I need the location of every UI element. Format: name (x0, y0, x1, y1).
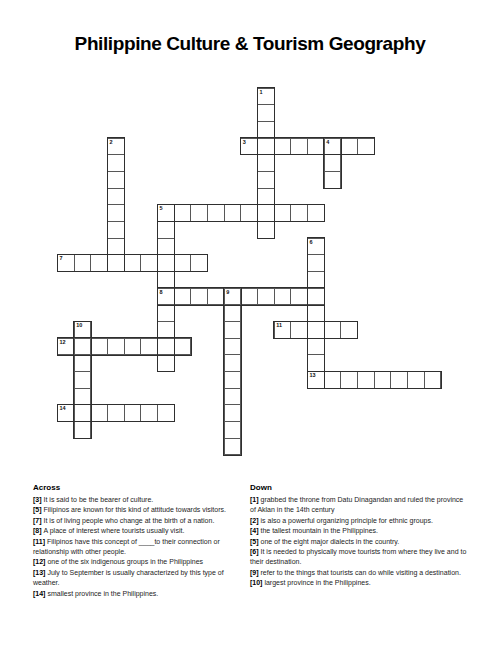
clue-text: largest province in the Philippines. (264, 579, 370, 586)
grid-number-7: 7 (60, 256, 63, 262)
cell-r17-c16[interactable] (324, 371, 342, 389)
cell-r7-c7[interactable] (174, 204, 192, 222)
cell-r7-c15[interactable] (307, 204, 325, 222)
cell-r16-c10[interactable] (224, 354, 242, 372)
cell-r12-c8[interactable] (190, 288, 208, 306)
cell-r1-c12[interactable] (257, 104, 275, 122)
cell-r17-c22[interactable] (424, 371, 442, 389)
cell-r20-c10[interactable] (224, 421, 242, 439)
clue-down-10: [10] largest province in the Philippines… (250, 578, 468, 588)
cell-r14-c10[interactable] (224, 321, 242, 339)
clue-across-13: [13] July to September is usually charac… (33, 568, 249, 589)
cell-r8-c6[interactable] (157, 221, 175, 239)
clue-text: the tallest mountain in the Philippines. (261, 527, 379, 534)
cell-r3-c17[interactable] (340, 138, 358, 156)
down-clues-section: Down [1] grabbed the throne from Datu Di… (250, 483, 468, 589)
clue-number-label: [14] (33, 590, 47, 597)
cell-r17-c17[interactable] (340, 371, 358, 389)
clue-text: It is needed to physically move tourists… (250, 548, 466, 565)
cell-r20-c1[interactable] (74, 421, 92, 439)
cell-r7-c8[interactable] (190, 204, 208, 222)
cell-r19-c2[interactable] (90, 404, 108, 422)
clue-text: A place of interest where tourists usual… (44, 527, 185, 534)
clue-text: It is said to be the bearer of culture. (44, 496, 154, 503)
grid-number-13: 13 (310, 373, 316, 379)
cell-r7-c11[interactable] (240, 204, 258, 222)
clue-number-label: [4] (250, 527, 261, 534)
cell-r15-c15[interactable] (307, 338, 325, 356)
clue-across-12: [12] one of the six indigenous groups in… (33, 557, 249, 567)
cell-r3-c13[interactable] (274, 138, 292, 156)
clue-across-3: [3] It is said to be the bearer of cultu… (33, 495, 249, 505)
cell-r10-c3[interactable] (107, 254, 125, 272)
cell-r11-c6[interactable] (157, 271, 175, 289)
cell-r16-c1[interactable] (74, 354, 92, 372)
clue-number-label: [8] (33, 527, 44, 534)
clue-text: refer to the things that tourists can do… (261, 569, 461, 576)
cell-r12-c12[interactable] (257, 288, 275, 306)
cell-r10-c7[interactable] (174, 254, 192, 272)
clue-across-7: [7] It is of living people who change at… (33, 516, 249, 526)
cell-r14-c14[interactable] (290, 321, 308, 339)
clue-number-label: [10] (250, 579, 264, 586)
cell-r12-c10[interactable]: 9 (224, 288, 242, 306)
cell-r21-c10[interactable] (224, 438, 242, 456)
cell-r3-c12[interactable] (257, 138, 275, 156)
clue-text: is also a powerful organizing principle … (261, 517, 433, 524)
grid-number-4: 4 (326, 140, 329, 146)
cell-r4-c12[interactable] (257, 154, 275, 172)
cell-r7-c10[interactable] (224, 204, 242, 222)
cell-r19-c3[interactable] (107, 404, 125, 422)
clue-number-label: [7] (33, 517, 44, 524)
cell-r15-c6[interactable] (157, 338, 175, 356)
cell-r19-c0[interactable]: 14 (57, 404, 75, 422)
cell-r19-c4[interactable] (124, 404, 142, 422)
cell-r17-c19[interactable] (374, 371, 392, 389)
cell-r9-c15[interactable]: 6 (307, 238, 325, 256)
cell-r6-c12[interactable] (257, 188, 275, 206)
clue-down-6: [6] It is needed to physically move tour… (250, 547, 468, 568)
grid-number-3: 3 (243, 140, 246, 146)
cell-r0-c12[interactable]: 1 (257, 88, 275, 106)
cell-r19-c5[interactable] (140, 404, 158, 422)
clue-number-label: [1] (250, 496, 261, 503)
cell-r15-c2[interactable] (90, 338, 108, 356)
cell-r16-c6[interactable] (157, 354, 175, 372)
cell-r10-c15[interactable] (307, 254, 325, 272)
cell-r14-c15[interactable] (307, 321, 325, 339)
grid-number-5: 5 (160, 206, 163, 212)
cell-r14-c13[interactable]: 11 (274, 321, 292, 339)
cell-r13-c6[interactable] (157, 304, 175, 322)
cell-r18-c1[interactable] (74, 388, 92, 406)
clue-number-label: [11] (33, 538, 47, 545)
cell-r7-c6[interactable]: 5 (157, 204, 175, 222)
cell-r2-c12[interactable] (257, 121, 275, 139)
grid-number-1: 1 (260, 90, 263, 96)
cell-r14-c6[interactable] (157, 321, 175, 339)
cell-r10-c8[interactable] (190, 254, 208, 272)
cell-r5-c12[interactable] (257, 171, 275, 189)
crossword-page: Philippine Culture & Tourism Geography 1… (0, 0, 500, 647)
clue-number-label: [6] (250, 548, 261, 555)
grid-number-12: 12 (60, 340, 66, 346)
cell-r13-c10[interactable] (224, 304, 242, 322)
cell-r12-c14[interactable] (290, 288, 308, 306)
cell-r12-c6[interactable]: 8 (157, 288, 175, 306)
clue-text: one of the eight major dialects in the c… (261, 538, 400, 545)
cell-r10-c1[interactable] (74, 254, 92, 272)
cell-r5-c3[interactable] (107, 171, 125, 189)
clue-text: Filipinos are known for this kind of att… (44, 506, 226, 513)
cell-r15-c3[interactable] (107, 338, 125, 356)
clue-text: smallest province in the Philippines. (47, 590, 158, 597)
across-clue-list: [3] It is said to be the bearer of cultu… (33, 495, 249, 599)
cell-r13-c15[interactable] (307, 304, 325, 322)
cell-r9-c6[interactable] (157, 238, 175, 256)
clue-down-5: [5] one of the eight major dialects in t… (250, 537, 468, 547)
cell-r19-c1[interactable] (74, 404, 92, 422)
across-header: Across (33, 483, 249, 492)
cell-r12-c9[interactable] (207, 288, 225, 306)
cell-r17-c20[interactable] (390, 371, 408, 389)
cell-r7-c3[interactable] (107, 204, 125, 222)
clue-text: It is of living people who change at the… (44, 517, 215, 524)
cell-r6-c3[interactable] (107, 188, 125, 206)
down-header: Down (250, 483, 468, 492)
cell-r7-c12[interactable] (257, 204, 275, 222)
clue-down-2: [2] is also a powerful organizing princi… (250, 516, 468, 526)
cell-r17-c18[interactable] (357, 371, 375, 389)
cell-r3-c3[interactable]: 2 (107, 138, 125, 156)
cell-r10-c0[interactable]: 7 (57, 254, 75, 272)
cell-r7-c9[interactable] (207, 204, 225, 222)
cell-r12-c15[interactable] (307, 288, 325, 306)
cell-r3-c18[interactable] (357, 138, 375, 156)
across-clues-section: Across [3] It is said to be the bearer o… (33, 483, 249, 599)
grid-number-9: 9 (226, 290, 229, 296)
cell-r11-c15[interactable] (307, 271, 325, 289)
cell-r12-c7[interactable] (174, 288, 192, 306)
cell-r18-c10[interactable] (224, 388, 242, 406)
clue-text: July to September is usually characteriz… (33, 569, 224, 586)
cell-r12-c11[interactable] (240, 288, 258, 306)
cell-r17-c10[interactable] (224, 371, 242, 389)
clue-text: one of the six indigenous groups in the … (47, 558, 203, 565)
cell-r16-c15[interactable] (307, 354, 325, 372)
cell-r4-c16[interactable] (324, 154, 342, 172)
cell-r9-c3[interactable] (107, 238, 125, 256)
grid-number-6: 6 (310, 240, 313, 246)
clue-number-label: [2] (250, 517, 261, 524)
grid-number-10: 10 (76, 323, 82, 329)
cell-r17-c1[interactable] (74, 371, 92, 389)
grid-number-2: 2 (110, 140, 113, 146)
cell-r3-c15[interactable] (307, 138, 325, 156)
clue-text: Filipinos have this concept of ____to th… (33, 538, 220, 555)
cell-r3-c16[interactable]: 4 (324, 138, 342, 156)
clue-down-4: [4] the tallest mountain in the Philippi… (250, 526, 468, 536)
cell-r5-c16[interactable] (324, 171, 342, 189)
cell-r12-c13[interactable] (274, 288, 292, 306)
cell-r10-c6[interactable] (157, 254, 175, 272)
clue-number-label: [3] (33, 496, 44, 503)
crossword-grid: 1234586137910111214 (58, 88, 442, 455)
cell-r10-c4[interactable] (124, 254, 142, 272)
grid-number-8: 8 (160, 290, 163, 296)
cell-r15-c10[interactable] (224, 338, 242, 356)
grid-number-11: 11 (276, 323, 282, 329)
cell-r15-c7[interactable] (174, 338, 192, 356)
cell-r17-c21[interactable] (407, 371, 425, 389)
cell-r7-c13[interactable] (274, 204, 292, 222)
cell-r8-c3[interactable] (107, 221, 125, 239)
cell-r14-c16[interactable] (324, 321, 342, 339)
cell-r19-c6[interactable] (157, 404, 175, 422)
cell-r10-c2[interactable] (90, 254, 108, 272)
cell-r3-c14[interactable] (290, 138, 308, 156)
clue-down-9: [9] refer to the things that tourists ca… (250, 568, 468, 578)
cell-r3-c11[interactable]: 3 (240, 138, 258, 156)
clue-number-label: [9] (250, 569, 261, 576)
cell-r15-c5[interactable] (140, 338, 158, 356)
clue-across-5: [5] Filipinos are known for this kind of… (33, 505, 249, 515)
clue-number-label: [12] (33, 558, 47, 565)
clue-down-1: [1] grabbed the throne from Datu Dinagan… (250, 495, 468, 516)
cell-r14-c1[interactable]: 10 (74, 321, 92, 339)
cell-r19-c10[interactable] (224, 404, 242, 422)
grid-number-14: 14 (60, 406, 66, 412)
cell-r15-c1[interactable] (74, 338, 92, 356)
clue-across-14: [14] smallest province in the Philippine… (33, 589, 249, 599)
cell-r15-c4[interactable] (124, 338, 142, 356)
cell-r4-c3[interactable] (107, 154, 125, 172)
clue-number-label: [5] (33, 506, 44, 513)
clue-across-11: [11] Filipinos have this concept of ____… (33, 537, 249, 558)
cell-r14-c17[interactable] (340, 321, 358, 339)
page-title: Philippine Culture & Tourism Geography (0, 33, 500, 55)
clue-across-8: [8] A place of interest where tourists u… (33, 526, 249, 536)
down-clue-list: [1] grabbed the throne from Datu Dinagan… (250, 495, 468, 589)
cell-r7-c14[interactable] (290, 204, 308, 222)
clue-number-label: [13] (33, 569, 47, 576)
clue-text: grabbed the throne from Datu Dinagandan … (250, 496, 463, 513)
cell-r15-c0[interactable]: 12 (57, 338, 75, 356)
cell-r17-c15[interactable]: 13 (307, 371, 325, 389)
cell-r8-c12[interactable] (257, 221, 275, 239)
clue-number-label: [5] (250, 538, 261, 545)
cell-r10-c5[interactable] (140, 254, 158, 272)
